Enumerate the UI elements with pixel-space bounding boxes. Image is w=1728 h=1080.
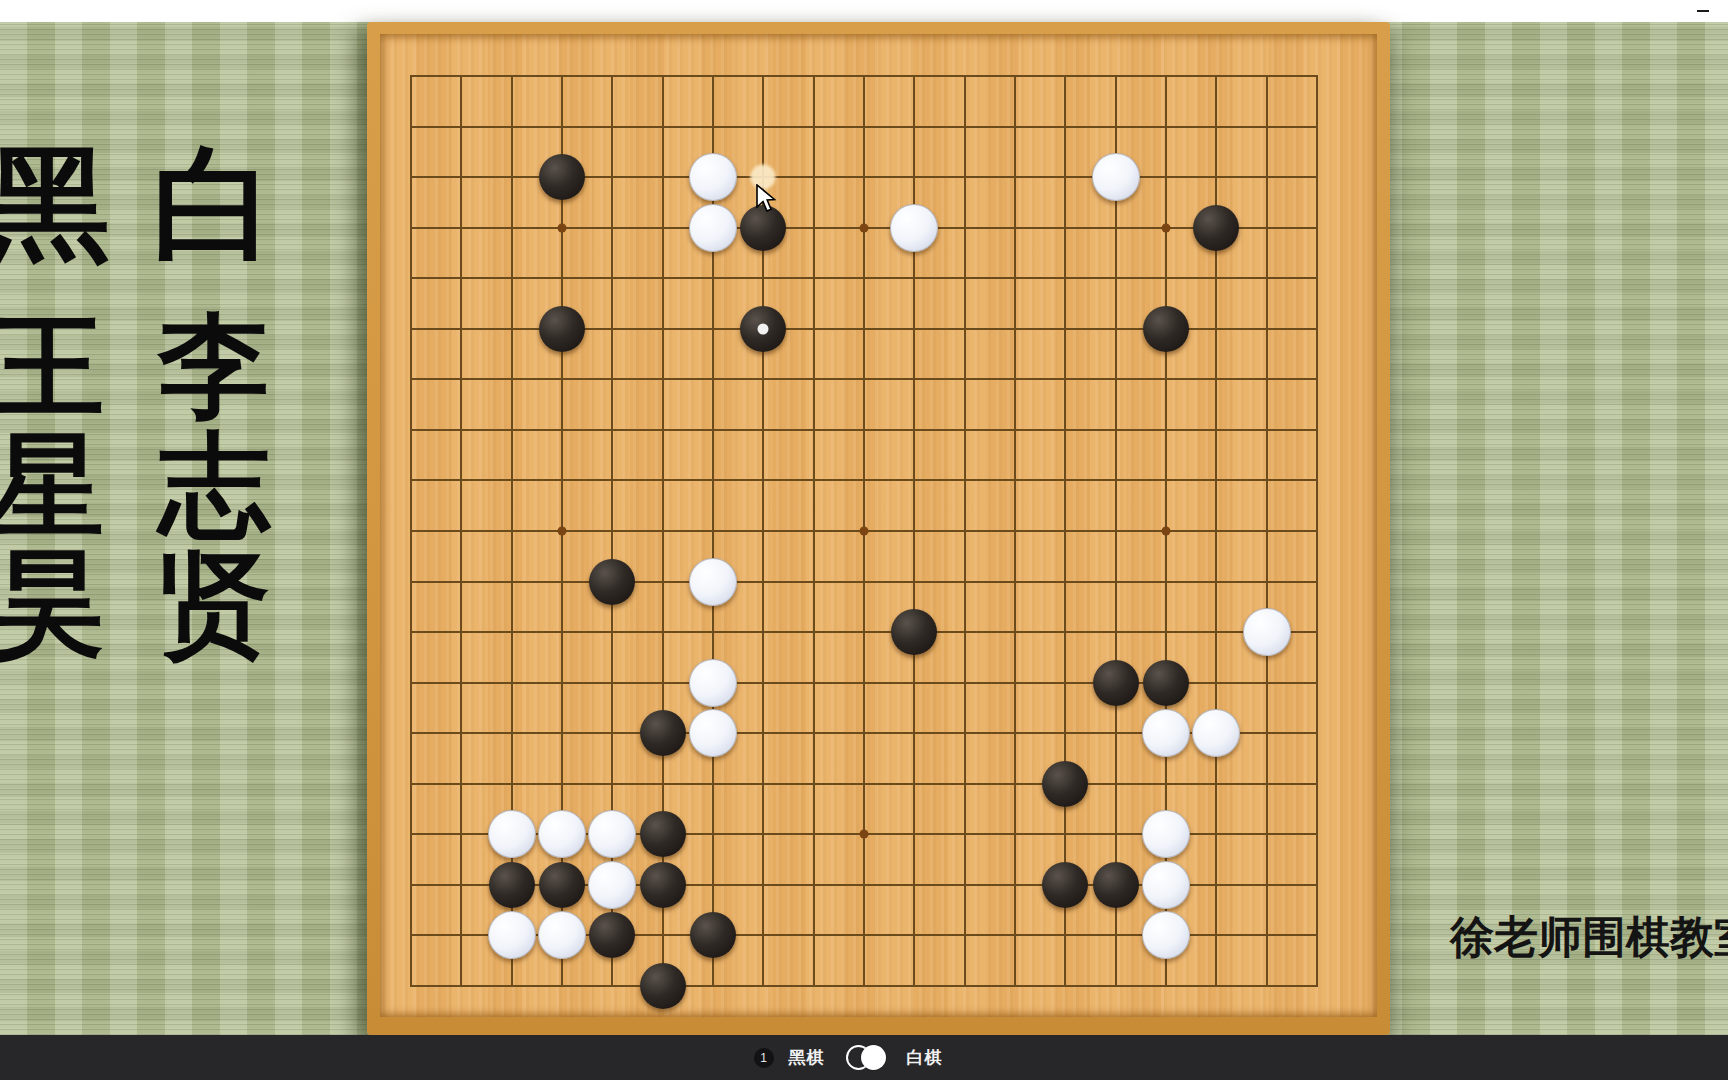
- turn-controls: 1 黑棋 白棋: [754, 1045, 943, 1070]
- white-player-column: 白 李 志 贤: [148, 142, 280, 664]
- grid-line: [1115, 75, 1117, 987]
- white-stone: [890, 204, 938, 252]
- white-stone: [538, 911, 586, 959]
- app-background: 黑 王 星 昊 白 李 志 贤 徐老师围棋教室: [0, 22, 1728, 1035]
- white-stone: [488, 911, 536, 959]
- white-stone: [1142, 810, 1190, 858]
- white-name-char: 李: [158, 308, 270, 427]
- black-stone: [740, 306, 786, 352]
- black-label: 黑: [0, 142, 110, 266]
- black-stone: [1193, 205, 1239, 251]
- grid-line: [964, 75, 966, 987]
- bottom-bar: 1 黑棋 白棋: [0, 1035, 1728, 1080]
- white-stone: [488, 810, 536, 858]
- black-stones-label: 黑棋: [789, 1046, 825, 1069]
- grid-line: [1266, 75, 1268, 987]
- grid-line: [410, 783, 1318, 785]
- minimize-button[interactable]: [1692, 3, 1714, 19]
- white-stone: [588, 861, 636, 909]
- white-stone: [1192, 709, 1240, 757]
- titlebar: [0, 0, 1728, 22]
- black-stone: [640, 963, 686, 1009]
- watermark-text: 徐老师围棋教室: [1450, 908, 1728, 967]
- move-number-badge: 1: [754, 1048, 774, 1068]
- black-stone: [539, 306, 585, 352]
- white-stones-label: 白棋: [907, 1046, 943, 1069]
- black-stone: [640, 710, 686, 756]
- star-point: [1161, 526, 1170, 535]
- grid-line: [1316, 75, 1318, 987]
- mouse-cursor-icon: [755, 184, 777, 214]
- white-label: 白: [152, 142, 276, 266]
- grid-line: [1014, 75, 1016, 987]
- white-name-char: 志: [158, 427, 270, 546]
- black-player-column: 黑 王 星 昊: [0, 142, 114, 664]
- white-stone-toggle-icon: [861, 1045, 886, 1070]
- black-stone: [1042, 862, 1088, 908]
- star-point: [557, 526, 566, 535]
- black-stone: [1143, 306, 1189, 352]
- white-name-char: 贤: [158, 545, 270, 664]
- black-stone: [589, 912, 635, 958]
- minimize-icon: [1697, 10, 1709, 13]
- white-stone: [689, 709, 737, 757]
- black-stone: [891, 609, 937, 655]
- grid-line: [410, 581, 1318, 583]
- white-stone: [588, 810, 636, 858]
- grid-line: [410, 631, 1318, 633]
- black-stone: [640, 862, 686, 908]
- stone-color-toggle[interactable]: [846, 1045, 886, 1070]
- last-move-marker: [758, 323, 769, 334]
- white-stone: [689, 558, 737, 606]
- white-stone: [1142, 709, 1190, 757]
- white-stone: [1243, 608, 1291, 656]
- black-stone: [589, 559, 635, 605]
- black-name-char: 星: [0, 427, 104, 546]
- black-name-char: 昊: [0, 545, 104, 664]
- black-stone: [690, 912, 736, 958]
- star-point: [859, 223, 868, 232]
- black-name-char: 王: [0, 308, 104, 427]
- white-stone: [689, 153, 737, 201]
- star-point: [557, 223, 566, 232]
- black-stone: [539, 154, 585, 200]
- white-stone: [1142, 861, 1190, 909]
- grid-line: [410, 985, 1318, 987]
- black-stone: [489, 862, 535, 908]
- white-stone: [538, 810, 586, 858]
- black-stone: [1042, 761, 1088, 807]
- black-stone: [1143, 660, 1189, 706]
- white-stone: [1092, 153, 1140, 201]
- white-stone: [689, 204, 737, 252]
- black-stone: [1093, 660, 1139, 706]
- grid-line: [1064, 75, 1066, 987]
- white-stone: [689, 659, 737, 707]
- star-point: [859, 526, 868, 535]
- white-stone: [1142, 911, 1190, 959]
- black-stone: [1093, 862, 1139, 908]
- star-point: [859, 830, 868, 839]
- go-board[interactable]: [367, 22, 1390, 1035]
- black-stone: [539, 862, 585, 908]
- star-point: [1161, 223, 1170, 232]
- black-stone: [640, 811, 686, 857]
